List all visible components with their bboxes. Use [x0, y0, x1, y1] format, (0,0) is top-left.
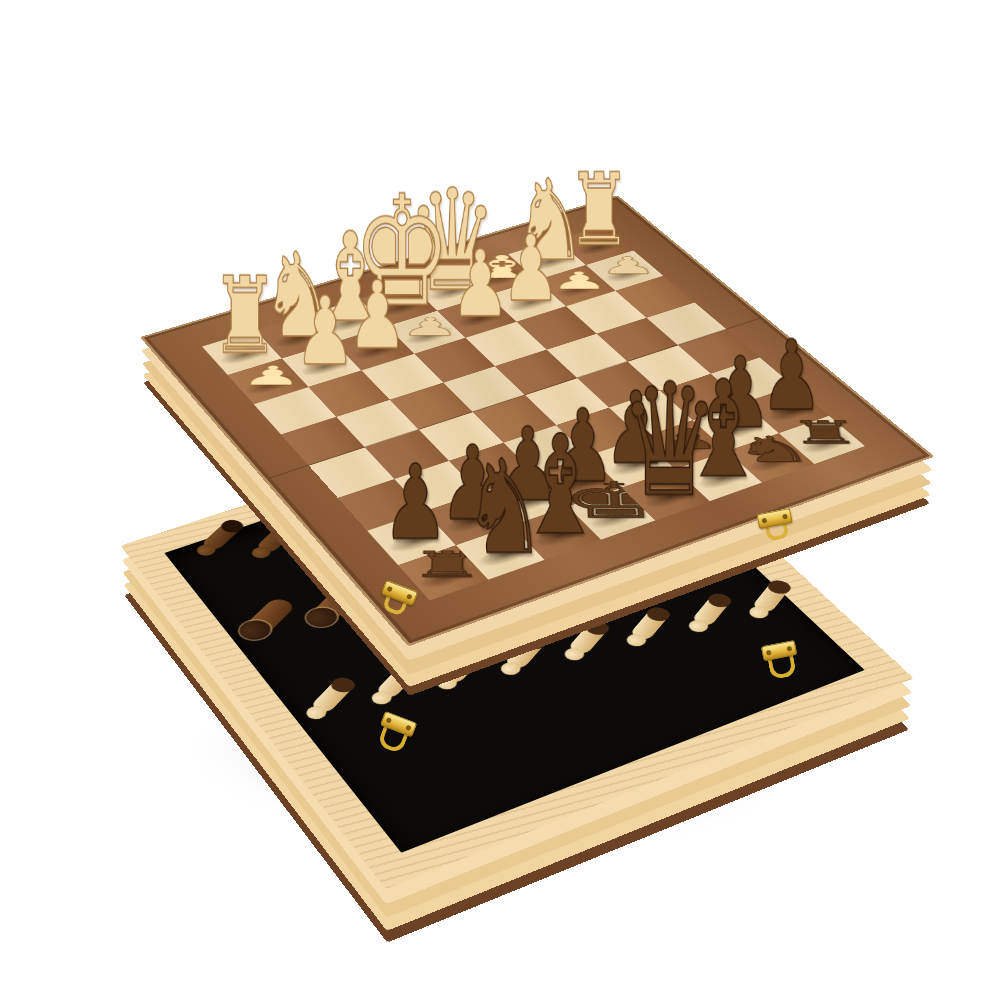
- piece-shadow: [216, 342, 274, 368]
- square-e3[interactable]: [414, 338, 495, 383]
- square-f2[interactable]: ♟: [334, 326, 414, 370]
- piece-shadow: [502, 291, 558, 315]
- square-a3[interactable]: [615, 276, 694, 318]
- square-c2[interactable]: ♟: [487, 280, 566, 322]
- square-b2[interactable]: ♟: [537, 265, 615, 306]
- piece-shadow: [552, 277, 607, 301]
- square-c1[interactable]: ♝: [459, 254, 537, 295]
- piece-shadow: [400, 323, 457, 348]
- square-d1[interactable]: ♛: [409, 269, 487, 311]
- square-h3[interactable]: [254, 387, 336, 434]
- square-g1[interactable]: ♞: [255, 315, 334, 359]
- square-a2[interactable]: ♟: [585, 250, 663, 291]
- chess-set-photo: ♜♞♝♚♛♝♞♜♟♟♟♟♟♟♟♟♟♟♟♟♟♟♟♟♜♞♝♚♛♝♞♜: [0, 0, 1000, 1000]
- piece-shadow: [321, 310, 378, 335]
- white-pawn[interactable]: ♟: [294, 285, 355, 380]
- stored-light-pawn[interactable]: [751, 580, 792, 613]
- scene: ♜♞♝♚♛♝♞♜♟♟♟♟♟♟♟♟♟♟♟♟♟♟♟♟♜♞♝♚♛♝♞♜: [0, 0, 1000, 1000]
- square-f1[interactable]: ♝: [307, 299, 386, 342]
- square-b3[interactable]: [566, 291, 646, 334]
- white-knight[interactable]: ♞: [260, 238, 335, 355]
- white-pawn[interactable]: ♟: [550, 269, 609, 293]
- piece-shadow: [424, 279, 480, 303]
- square-a1[interactable]: ♜: [556, 225, 633, 265]
- white-bishop[interactable]: ♝: [463, 251, 541, 282]
- piece-shadow: [295, 354, 353, 380]
- piece-shadow: [600, 262, 655, 286]
- square-e2[interactable]: ♟: [386, 310, 466, 353]
- square-f3[interactable]: [361, 354, 442, 400]
- square-e1[interactable]: ♚: [359, 284, 437, 326]
- black-knight[interactable]: ♞: [462, 443, 546, 573]
- piece-shadow: [373, 295, 429, 320]
- white-rook[interactable]: ♜: [567, 160, 632, 260]
- stored-dark-pawn[interactable]: [200, 520, 244, 551]
- white-pawn[interactable]: ♟: [399, 315, 460, 340]
- black-pawn[interactable]: ♟: [382, 451, 449, 554]
- square-h1[interactable]: ♜: [202, 330, 281, 374]
- piece-shadow: [571, 235, 625, 258]
- square-d8[interactable]: ♛: [621, 469, 709, 520]
- square-c3[interactable]: [516, 306, 596, 349]
- white-bishop[interactable]: ♝: [310, 216, 390, 339]
- piece-shadow: [348, 337, 406, 363]
- piece-shadow: [241, 371, 300, 398]
- square-b1[interactable]: ♞: [508, 240, 585, 280]
- piece-shadow: [269, 326, 326, 351]
- white-pawn[interactable]: ♟: [451, 238, 511, 330]
- piece-shadow: [523, 250, 578, 273]
- piece-shadow: [452, 306, 509, 331]
- square-f4[interactable]: [390, 383, 473, 430]
- square-g2[interactable]: ♟: [281, 342, 361, 387]
- piece-shadow: [474, 266, 529, 290]
- square-d2[interactable]: ♟: [437, 295, 516, 338]
- white-pawn[interactable]: ♟: [240, 363, 304, 389]
- white-knight[interactable]: ♞: [515, 165, 587, 277]
- white-pawn[interactable]: ♟: [501, 223, 560, 315]
- black-queen[interactable]: ♛: [620, 363, 721, 519]
- white-queen[interactable]: ♛: [407, 171, 498, 311]
- square-g8[interactable]: ♞: [455, 526, 544, 580]
- chess-board: ♜♞♝♚♛♝♞♜♟♟♟♟♟♟♟♟♟♟♟♟♟♟♟♟♜♞♝♚♛♝♞♜: [140, 195, 935, 646]
- white-rook[interactable]: ♜: [211, 263, 279, 369]
- black-rook[interactable]: ♜: [787, 417, 863, 449]
- white-pawn[interactable]: ♟: [598, 254, 658, 278]
- white-pawn[interactable]: ♟: [347, 269, 408, 363]
- square-d3[interactable]: [466, 322, 547, 366]
- white-king[interactable]: ♚: [352, 175, 451, 328]
